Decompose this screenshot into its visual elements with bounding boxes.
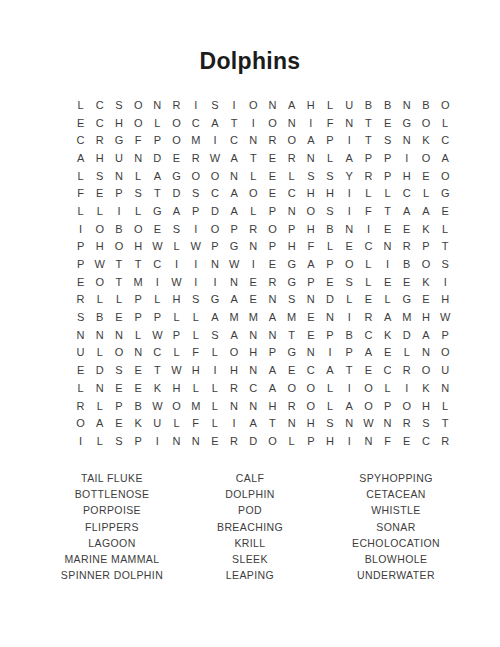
grid-cell[interactable]: R (71, 291, 90, 309)
grid-cell[interactable]: U (436, 361, 455, 379)
grid-cell[interactable]: G (282, 255, 301, 273)
grid-cell[interactable]: P (320, 255, 339, 273)
grid-cell[interactable]: A (397, 202, 416, 220)
grid-cell[interactable]: E (397, 220, 416, 238)
grid-cell[interactable]: H (301, 414, 320, 432)
grid-cell[interactable]: L (359, 255, 378, 273)
grid-cell[interactable]: C (378, 361, 397, 379)
grid-cell[interactable]: I (301, 114, 320, 132)
grid-cell[interactable]: P (301, 273, 320, 291)
grid-cell[interactable]: C (90, 114, 109, 132)
grid-cell[interactable]: F (378, 432, 397, 450)
grid-cell[interactable]: A (301, 255, 320, 273)
grid-cell[interactable]: O (301, 397, 320, 415)
grid-cell[interactable]: E (378, 273, 397, 291)
grid-cell[interactable]: L (71, 202, 90, 220)
grid-cell[interactable]: H (301, 96, 320, 114)
grid-cell[interactable]: R (397, 238, 416, 256)
grid-cell[interactable]: A (225, 291, 244, 309)
grid-cell[interactable]: A (282, 96, 301, 114)
grid-cell[interactable]: A (225, 326, 244, 344)
grid-cell[interactable]: E (71, 114, 90, 132)
grid-cell[interactable]: N (186, 432, 205, 450)
grid-cell[interactable]: P (340, 344, 359, 362)
grid-cell[interactable]: E (301, 326, 320, 344)
grid-cell[interactable]: S (378, 131, 397, 149)
grid-cell[interactable]: L (378, 379, 397, 397)
grid-cell[interactable]: N (148, 96, 167, 114)
grid-cell[interactable]: N (205, 255, 224, 273)
grid-cell[interactable]: N (340, 220, 359, 238)
grid-cell[interactable]: K (148, 379, 167, 397)
grid-cell[interactable]: L (436, 220, 455, 238)
grid-cell[interactable]: S (90, 167, 109, 185)
grid-cell[interactable]: C (244, 379, 263, 397)
grid-cell[interactable]: U (340, 96, 359, 114)
grid-cell[interactable]: N (225, 167, 244, 185)
grid-cell[interactable]: C (301, 361, 320, 379)
grid-cell[interactable]: S (436, 255, 455, 273)
grid-cell[interactable]: I (244, 255, 263, 273)
grid-cell[interactable]: I (205, 273, 224, 291)
grid-cell[interactable]: A (225, 149, 244, 167)
grid-cell[interactable]: E (263, 167, 282, 185)
grid-cell[interactable]: B (416, 96, 435, 114)
grid-cell[interactable]: L (90, 432, 109, 450)
grid-cell[interactable]: E (71, 361, 90, 379)
grid-cell[interactable]: D (320, 291, 339, 309)
grid-cell[interactable]: O (416, 361, 435, 379)
grid-cell[interactable]: S (71, 308, 90, 326)
grid-cell[interactable]: I (340, 131, 359, 149)
grid-cell[interactable]: I (186, 273, 205, 291)
grid-cell[interactable]: E (129, 379, 148, 397)
grid-cell[interactable]: B (90, 308, 109, 326)
grid-cell[interactable]: R (282, 397, 301, 415)
grid-cell[interactable]: L (71, 167, 90, 185)
grid-cell[interactable]: K (416, 273, 435, 291)
grid-cell[interactable]: U (148, 414, 167, 432)
grid-cell[interactable]: L (378, 184, 397, 202)
grid-cell[interactable]: I (205, 361, 224, 379)
grid-cell[interactable]: C (71, 131, 90, 149)
grid-cell[interactable]: E (301, 308, 320, 326)
grid-cell[interactable]: C (186, 114, 205, 132)
grid-cell[interactable]: N (378, 238, 397, 256)
grid-cell[interactable]: I (225, 414, 244, 432)
grid-cell[interactable]: O (436, 344, 455, 362)
grid-cell[interactable]: N (340, 414, 359, 432)
grid-cell[interactable]: R (186, 149, 205, 167)
grid-cell[interactable]: E (359, 361, 378, 379)
grid-cell[interactable]: W (359, 414, 378, 432)
grid-cell[interactable]: P (109, 397, 128, 415)
grid-cell[interactable]: L (205, 344, 224, 362)
grid-cell[interactable]: A (205, 114, 224, 132)
grid-cell[interactable]: T (148, 184, 167, 202)
grid-cell[interactable]: G (282, 344, 301, 362)
grid-cell[interactable]: N (225, 273, 244, 291)
grid-cell[interactable]: G (436, 184, 455, 202)
grid-cell[interactable]: H (244, 344, 263, 362)
grid-cell[interactable]: B (359, 96, 378, 114)
grid-cell[interactable]: P (129, 432, 148, 450)
grid-cell[interactable]: C (282, 184, 301, 202)
grid-cell[interactable]: N (301, 344, 320, 362)
grid-cell[interactable]: O (90, 220, 109, 238)
grid-cell[interactable]: L (397, 344, 416, 362)
grid-cell[interactable]: P (263, 344, 282, 362)
grid-cell[interactable]: O (340, 255, 359, 273)
grid-cell[interactable]: K (416, 131, 435, 149)
grid-cell[interactable]: M (129, 273, 148, 291)
grid-cell[interactable]: P (225, 220, 244, 238)
grid-cell[interactable]: E (263, 184, 282, 202)
grid-cell[interactable]: L (186, 308, 205, 326)
grid-cell[interactable]: O (205, 220, 224, 238)
grid-cell[interactable]: A (416, 326, 435, 344)
grid-cell[interactable]: D (148, 149, 167, 167)
grid-cell[interactable]: K (378, 326, 397, 344)
grid-cell[interactable]: G (167, 167, 186, 185)
grid-cell[interactable]: T (109, 273, 128, 291)
grid-cell[interactable]: O (129, 96, 148, 114)
grid-cell[interactable]: H (129, 238, 148, 256)
grid-cell[interactable]: E (244, 291, 263, 309)
grid-cell[interactable]: H (320, 432, 339, 450)
grid-cell[interactable]: N (90, 379, 109, 397)
grid-cell[interactable]: O (167, 397, 186, 415)
grid-cell[interactable]: W (205, 149, 224, 167)
grid-cell[interactable]: S (205, 326, 224, 344)
grid-cell[interactable]: K (129, 414, 148, 432)
grid-cell[interactable]: I (186, 220, 205, 238)
grid-cell[interactable]: S (205, 96, 224, 114)
grid-cell[interactable]: A (263, 308, 282, 326)
grid-cell[interactable]: E (205, 432, 224, 450)
grid-cell[interactable]: O (167, 131, 186, 149)
grid-cell[interactable]: G (282, 273, 301, 291)
grid-cell[interactable]: O (416, 149, 435, 167)
grid-cell[interactable]: B (378, 96, 397, 114)
grid-cell[interactable]: I (340, 184, 359, 202)
grid-cell[interactable]: O (359, 397, 378, 415)
grid-cell[interactable]: H (109, 114, 128, 132)
grid-cell[interactable]: L (148, 291, 167, 309)
grid-cell[interactable]: O (282, 131, 301, 149)
grid-cell[interactable]: W (225, 255, 244, 273)
grid-cell[interactable]: L (282, 432, 301, 450)
grid-cell[interactable]: I (225, 96, 244, 114)
grid-cell[interactable]: O (186, 167, 205, 185)
grid-cell[interactable]: H (263, 397, 282, 415)
grid-cell[interactable]: U (71, 344, 90, 362)
grid-cell[interactable]: E (282, 361, 301, 379)
grid-cell[interactable]: L (205, 379, 224, 397)
grid-cell[interactable]: I (205, 131, 224, 149)
grid-cell[interactable]: I (167, 255, 186, 273)
grid-cell[interactable]: H (282, 238, 301, 256)
grid-cell[interactable]: G (109, 131, 128, 149)
grid-cell[interactable]: I (340, 202, 359, 220)
grid-cell[interactable]: A (340, 397, 359, 415)
grid-cell[interactable]: K (416, 379, 435, 397)
grid-cell[interactable]: H (90, 149, 109, 167)
grid-cell[interactable]: O (282, 379, 301, 397)
grid-cell[interactable]: L (436, 114, 455, 132)
grid-cell[interactable]: C (90, 96, 109, 114)
grid-cell[interactable]: R (225, 379, 244, 397)
grid-cell[interactable]: H (416, 308, 435, 326)
grid-cell[interactable]: F (186, 414, 205, 432)
grid-cell[interactable]: C (359, 238, 378, 256)
grid-cell[interactable]: P (378, 149, 397, 167)
grid-cell[interactable]: R (244, 220, 263, 238)
grid-cell[interactable]: P (109, 184, 128, 202)
grid-cell[interactable]: H (301, 220, 320, 238)
grid-cell[interactable]: L (320, 96, 339, 114)
grid-cell[interactable]: A (205, 308, 224, 326)
grid-cell[interactable]: R (397, 414, 416, 432)
grid-cell[interactable]: O (90, 273, 109, 291)
grid-cell[interactable]: N (263, 291, 282, 309)
grid-cell[interactable]: E (71, 273, 90, 291)
grid-cell[interactable]: C (148, 344, 167, 362)
grid-cell[interactable]: L (186, 326, 205, 344)
grid-cell[interactable]: T (359, 131, 378, 149)
grid-cell[interactable]: N (416, 344, 435, 362)
grid-cell[interactable]: G (205, 291, 224, 309)
grid-cell[interactable]: O (225, 344, 244, 362)
grid-cell[interactable]: B (397, 255, 416, 273)
grid-cell[interactable]: I (340, 379, 359, 397)
grid-cell[interactable]: E (378, 220, 397, 238)
grid-cell[interactable]: N (244, 131, 263, 149)
grid-cell[interactable]: D (90, 361, 109, 379)
grid-cell[interactable]: O (436, 167, 455, 185)
grid-cell[interactable]: E (244, 273, 263, 291)
grid-cell[interactable]: S (129, 184, 148, 202)
grid-cell[interactable]: P (71, 255, 90, 273)
grid-cell[interactable]: H (186, 361, 205, 379)
grid-cell[interactable]: O (397, 397, 416, 415)
grid-cell[interactable]: I (71, 220, 90, 238)
grid-cell[interactable]: I (320, 344, 339, 362)
grid-cell[interactable]: H (167, 291, 186, 309)
grid-cell[interactable]: R (167, 96, 186, 114)
grid-cell[interactable]: T (436, 238, 455, 256)
grid-cell[interactable]: A (244, 414, 263, 432)
grid-cell[interactable]: N (244, 397, 263, 415)
grid-cell[interactable]: L (90, 397, 109, 415)
grid-cell[interactable]: N (282, 114, 301, 132)
grid-cell[interactable]: O (301, 202, 320, 220)
grid-cell[interactable]: N (167, 432, 186, 450)
grid-cell[interactable]: S (167, 220, 186, 238)
grid-cell[interactable]: L (320, 238, 339, 256)
grid-cell[interactable]: I (71, 432, 90, 450)
grid-cell[interactable]: N (301, 149, 320, 167)
grid-cell[interactable]: H (301, 184, 320, 202)
grid-cell[interactable]: F (129, 131, 148, 149)
grid-cell[interactable]: W (148, 326, 167, 344)
grid-cell[interactable]: S (301, 167, 320, 185)
grid-cell[interactable]: G (225, 238, 244, 256)
grid-cell[interactable]: I (148, 432, 167, 450)
grid-cell[interactable]: O (205, 167, 224, 185)
grid-cell[interactable]: N (301, 291, 320, 309)
grid-cell[interactable]: A (436, 149, 455, 167)
grid-cell[interactable]: N (340, 114, 359, 132)
grid-cell[interactable]: F (186, 344, 205, 362)
grid-cell[interactable]: A (320, 361, 339, 379)
grid-cell[interactable]: L (378, 291, 397, 309)
grid-cell[interactable]: O (167, 114, 186, 132)
grid-cell[interactable]: P (263, 238, 282, 256)
grid-cell[interactable]: R (90, 131, 109, 149)
grid-cell[interactable]: P (167, 326, 186, 344)
grid-cell[interactable]: I (109, 202, 128, 220)
grid-cell[interactable]: L (129, 167, 148, 185)
grid-cell[interactable]: H (397, 167, 416, 185)
grid-cell[interactable]: N (359, 432, 378, 450)
grid-cell[interactable]: I (148, 273, 167, 291)
grid-cell[interactable]: T (436, 414, 455, 432)
grid-cell[interactable]: N (244, 326, 263, 344)
grid-cell[interactable]: S (320, 202, 339, 220)
grid-cell[interactable]: L (205, 414, 224, 432)
grid-cell[interactable]: L (109, 291, 128, 309)
grid-cell[interactable]: T (129, 255, 148, 273)
grid-cell[interactable]: S (320, 414, 339, 432)
grid-cell[interactable]: M (397, 308, 416, 326)
grid-cell[interactable]: O (416, 255, 435, 273)
grid-cell[interactable]: E (148, 220, 167, 238)
grid-cell[interactable]: S (340, 273, 359, 291)
grid-cell[interactable]: W (90, 255, 109, 273)
grid-cell[interactable]: A (90, 414, 109, 432)
grid-cell[interactable]: N (397, 131, 416, 149)
grid-cell[interactable]: M (186, 397, 205, 415)
grid-cell[interactable]: W (148, 238, 167, 256)
grid-cell[interactable]: P (320, 326, 339, 344)
grid-cell[interactable]: L (320, 149, 339, 167)
grid-cell[interactable]: N (436, 379, 455, 397)
grid-cell[interactable]: I (397, 379, 416, 397)
grid-cell[interactable]: A (301, 131, 320, 149)
grid-cell[interactable]: A (148, 167, 167, 185)
grid-cell[interactable]: R (359, 167, 378, 185)
grid-cell[interactable]: L (205, 397, 224, 415)
grid-cell[interactable]: L (186, 379, 205, 397)
grid-cell[interactable]: L (416, 184, 435, 202)
grid-cell[interactable]: H (320, 184, 339, 202)
grid-cell[interactable]: N (320, 308, 339, 326)
grid-cell[interactable]: M (186, 131, 205, 149)
grid-cell[interactable]: E (378, 344, 397, 362)
grid-cell[interactable]: R (71, 397, 90, 415)
grid-cell[interactable]: T (244, 149, 263, 167)
grid-cell[interactable]: R (436, 432, 455, 450)
grid-cell[interactable]: H (416, 397, 435, 415)
grid-cell[interactable]: O (244, 96, 263, 114)
grid-cell[interactable]: P (436, 326, 455, 344)
grid-cell[interactable]: L (129, 202, 148, 220)
grid-cell[interactable]: P (378, 167, 397, 185)
grid-cell[interactable]: E (436, 202, 455, 220)
grid-cell[interactable]: R (359, 308, 378, 326)
grid-cell[interactable]: W (436, 308, 455, 326)
grid-cell[interactable]: E (340, 238, 359, 256)
grid-cell[interactable]: F (359, 202, 378, 220)
grid-cell[interactable]: O (436, 96, 455, 114)
grid-cell[interactable]: L (167, 414, 186, 432)
grid-cell[interactable]: C (225, 131, 244, 149)
grid-cell[interactable]: C (205, 184, 224, 202)
grid-cell[interactable]: O (416, 114, 435, 132)
grid-cell[interactable]: S (186, 184, 205, 202)
grid-cell[interactable]: M (282, 308, 301, 326)
grid-cell[interactable]: F (301, 238, 320, 256)
grid-cell[interactable]: I (436, 273, 455, 291)
grid-cell[interactable]: T (263, 414, 282, 432)
grid-cell[interactable]: A (225, 184, 244, 202)
grid-cell[interactable]: I (340, 432, 359, 450)
grid-cell[interactable]: E (397, 432, 416, 450)
grid-cell[interactable]: P (378, 397, 397, 415)
grid-cell[interactable]: E (129, 361, 148, 379)
grid-cell[interactable]: B (340, 326, 359, 344)
grid-cell[interactable]: W (186, 238, 205, 256)
grid-cell[interactable]: N (282, 202, 301, 220)
grid-cell[interactable]: N (129, 149, 148, 167)
grid-cell[interactable]: T (378, 202, 397, 220)
grid-cell[interactable]: P (148, 131, 167, 149)
grid-cell[interactable]: O (263, 432, 282, 450)
grid-cell[interactable]: L (71, 96, 90, 114)
grid-cell[interactable]: L (244, 167, 263, 185)
grid-cell[interactable]: L (167, 238, 186, 256)
grid-cell[interactable]: N (129, 344, 148, 362)
grid-cell[interactable]: R (225, 432, 244, 450)
grid-cell[interactable]: A (263, 379, 282, 397)
grid-cell[interactable]: H (90, 238, 109, 256)
grid-cell[interactable]: R (397, 361, 416, 379)
grid-cell[interactable]: P (205, 238, 224, 256)
grid-cell[interactable]: L (167, 344, 186, 362)
grid-cell[interactable]: T (282, 326, 301, 344)
grid-cell[interactable]: E (320, 273, 339, 291)
grid-cell[interactable]: K (416, 220, 435, 238)
grid-cell[interactable]: N (397, 96, 416, 114)
grid-cell[interactable]: E (167, 149, 186, 167)
grid-cell[interactable]: G (148, 202, 167, 220)
grid-cell[interactable]: E (359, 291, 378, 309)
grid-cell[interactable]: L (90, 202, 109, 220)
grid-cell[interactable]: E (263, 149, 282, 167)
grid-cell[interactable]: L (359, 184, 378, 202)
grid-cell[interactable]: C (359, 326, 378, 344)
grid-cell[interactable]: A (340, 149, 359, 167)
grid-cell[interactable]: C (148, 255, 167, 273)
grid-cell[interactable]: O (263, 114, 282, 132)
grid-cell[interactable]: I (340, 308, 359, 326)
grid-cell[interactable]: I (186, 255, 205, 273)
grid-cell[interactable]: R (263, 131, 282, 149)
grid-cell[interactable]: N (71, 326, 90, 344)
grid-cell[interactable]: N (244, 238, 263, 256)
grid-cell[interactable]: S (416, 414, 435, 432)
